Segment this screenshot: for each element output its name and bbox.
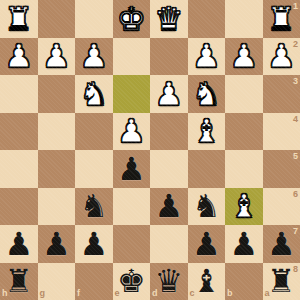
square-h3[interactable]: [0, 75, 38, 113]
square-f4[interactable]: [75, 113, 113, 151]
square-e8[interactable]: e♚: [113, 263, 151, 300]
square-b7[interactable]: ♟: [225, 225, 263, 263]
piece-white-pawn[interactable]: ♟: [263, 38, 301, 76]
square-e1[interactable]: ♚: [113, 0, 151, 38]
piece-black-pawn[interactable]: ♟: [263, 225, 301, 263]
square-g2[interactable]: ♟: [38, 38, 76, 76]
file-label-f: f: [77, 289, 80, 298]
square-g6[interactable]: [38, 188, 76, 226]
square-h1[interactable]: ♜: [0, 0, 38, 38]
square-e3[interactable]: [113, 75, 151, 113]
square-e6[interactable]: [113, 188, 151, 226]
piece-black-pawn[interactable]: ♟: [225, 225, 263, 263]
square-d5[interactable]: [150, 150, 188, 188]
piece-white-pawn[interactable]: ♟: [225, 38, 263, 76]
square-b5[interactable]: [225, 150, 263, 188]
square-f2[interactable]: ♟: [75, 38, 113, 76]
piece-black-rook[interactable]: ♜: [263, 263, 301, 300]
square-h5[interactable]: [0, 150, 38, 188]
piece-white-king[interactable]: ♚: [113, 0, 151, 38]
square-a4[interactable]: 4: [263, 113, 301, 151]
square-a6[interactable]: 6: [263, 188, 301, 226]
piece-black-rook[interactable]: ♜: [0, 263, 38, 300]
piece-black-knight[interactable]: ♞: [75, 188, 113, 226]
square-b8[interactable]: b: [225, 263, 263, 300]
square-g5[interactable]: [38, 150, 76, 188]
piece-black-pawn[interactable]: ♟: [38, 225, 76, 263]
piece-white-bishop[interactable]: ♝: [188, 113, 226, 151]
square-a2[interactable]: 2♟: [263, 38, 301, 76]
square-c4[interactable]: ♝: [188, 113, 226, 151]
piece-white-knight[interactable]: ♞: [188, 75, 226, 113]
square-h2[interactable]: ♟: [0, 38, 38, 76]
piece-black-bishop[interactable]: ♝: [188, 263, 226, 300]
piece-black-pawn[interactable]: ♟: [188, 225, 226, 263]
square-h7[interactable]: ♟: [0, 225, 38, 263]
file-label-b: b: [227, 289, 233, 298]
rank-label-6: 6: [293, 190, 298, 199]
square-g4[interactable]: [38, 113, 76, 151]
square-a1[interactable]: 1♜: [263, 0, 301, 38]
square-d1[interactable]: ♛: [150, 0, 188, 38]
piece-white-pawn[interactable]: ♟: [113, 113, 151, 151]
piece-white-pawn[interactable]: ♟: [75, 38, 113, 76]
piece-white-bishop[interactable]: ♝: [225, 188, 263, 226]
square-c1[interactable]: [188, 0, 226, 38]
square-d3[interactable]: ♟: [150, 75, 188, 113]
square-a7[interactable]: 7♟: [263, 225, 301, 263]
square-f6[interactable]: ♞: [75, 188, 113, 226]
square-d7[interactable]: [150, 225, 188, 263]
square-d8[interactable]: d♛: [150, 263, 188, 300]
square-d6[interactable]: ♟: [150, 188, 188, 226]
square-e7[interactable]: [113, 225, 151, 263]
square-b1[interactable]: [225, 0, 263, 38]
square-f7[interactable]: ♟: [75, 225, 113, 263]
piece-white-queen[interactable]: ♛: [150, 0, 188, 38]
square-e2[interactable]: [113, 38, 151, 76]
square-b6[interactable]: ♝: [225, 188, 263, 226]
piece-black-queen[interactable]: ♛: [150, 263, 188, 300]
piece-white-knight[interactable]: ♞: [75, 75, 113, 113]
piece-black-pawn[interactable]: ♟: [0, 225, 38, 263]
rank-label-3: 3: [293, 77, 298, 86]
rank-label-5: 5: [293, 152, 298, 161]
square-c2[interactable]: ♟: [188, 38, 226, 76]
square-a3[interactable]: 3: [263, 75, 301, 113]
square-d2[interactable]: [150, 38, 188, 76]
chess-board: ♜♚♛1♜♟♟♟♟♟2♟♞♟♞3♟♝4♟5♞♟♞♝6♟♟♟♟♟7♟h♜gfe♚d…: [0, 0, 300, 300]
piece-white-pawn[interactable]: ♟: [150, 75, 188, 113]
piece-black-knight[interactable]: ♞: [188, 188, 226, 226]
square-b4[interactable]: [225, 113, 263, 151]
square-c8[interactable]: c♝: [188, 263, 226, 300]
square-g8[interactable]: g: [38, 263, 76, 300]
square-f3[interactable]: ♞: [75, 75, 113, 113]
square-c7[interactable]: ♟: [188, 225, 226, 263]
square-f1[interactable]: [75, 0, 113, 38]
square-b2[interactable]: ♟: [225, 38, 263, 76]
square-d4[interactable]: [150, 113, 188, 151]
square-f5[interactable]: [75, 150, 113, 188]
square-c5[interactable]: [188, 150, 226, 188]
square-a5[interactable]: 5: [263, 150, 301, 188]
piece-white-rook[interactable]: ♜: [263, 0, 301, 38]
square-g7[interactable]: ♟: [38, 225, 76, 263]
square-f8[interactable]: f: [75, 263, 113, 300]
square-b3[interactable]: [225, 75, 263, 113]
square-h6[interactable]: [0, 188, 38, 226]
piece-white-pawn[interactable]: ♟: [0, 38, 38, 76]
piece-black-king[interactable]: ♚: [113, 263, 151, 300]
square-c6[interactable]: ♞: [188, 188, 226, 226]
square-h8[interactable]: h♜: [0, 263, 38, 300]
square-c3[interactable]: ♞: [188, 75, 226, 113]
piece-white-pawn[interactable]: ♟: [188, 38, 226, 76]
square-g1[interactable]: [38, 0, 76, 38]
square-e4[interactable]: ♟: [113, 113, 151, 151]
piece-white-pawn[interactable]: ♟: [38, 38, 76, 76]
square-a8[interactable]: 8a♜: [263, 263, 301, 300]
piece-black-pawn[interactable]: ♟: [75, 225, 113, 263]
rank-label-4: 4: [293, 115, 298, 124]
chess-app: ♜♚♛1♜♟♟♟♟♟2♟♞♟♞3♟♝4♟5♞♟♞♝6♟♟♟♟♟7♟h♜gfe♚d…: [0, 0, 300, 300]
piece-white-rook[interactable]: ♜: [0, 0, 38, 38]
piece-black-pawn[interactable]: ♟: [113, 150, 151, 188]
square-h4[interactable]: [0, 113, 38, 151]
file-label-g: g: [40, 289, 46, 298]
piece-black-pawn[interactable]: ♟: [150, 188, 188, 226]
square-g3[interactable]: [38, 75, 76, 113]
square-e5[interactable]: ♟: [113, 150, 151, 188]
